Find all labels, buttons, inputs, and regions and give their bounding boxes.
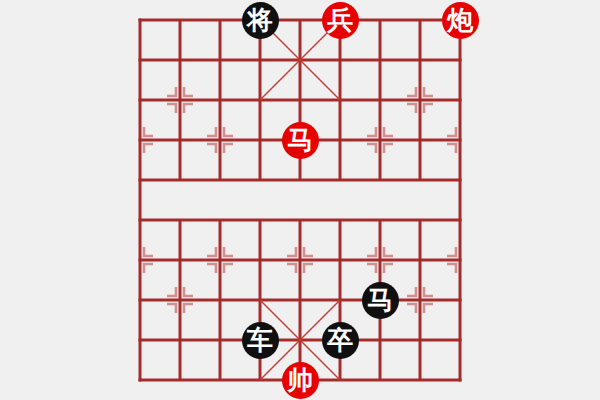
piece-red-horse[interactable]: 马 [282, 122, 319, 159]
piece-black-chariot[interactable]: 车 [242, 322, 279, 359]
piece-black-soldier[interactable]: 卒 [322, 322, 359, 359]
piece-black-general[interactable]: 将 [242, 2, 279, 39]
piece-red-general[interactable]: 帅 [282, 362, 319, 399]
piece-black-horse[interactable]: 马 [362, 282, 399, 319]
piece-red-cannon[interactable]: 炮 [442, 2, 479, 39]
pieces-layer: 将兵炮马马车卒帅 [120, 0, 480, 400]
piece-red-soldier[interactable]: 兵 [322, 2, 359, 39]
xiangqi-board[interactable]: 将兵炮马马车卒帅 [0, 0, 600, 400]
